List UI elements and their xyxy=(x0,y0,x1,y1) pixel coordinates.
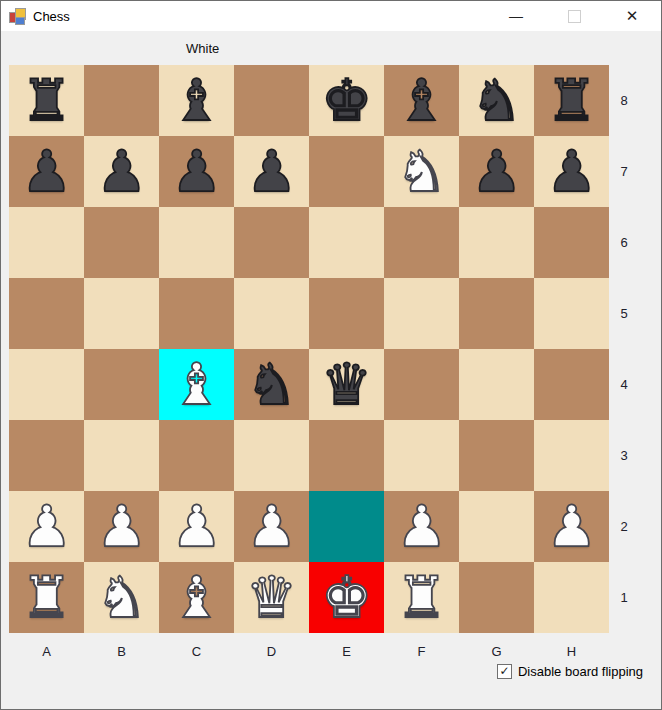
square-f3[interactable] xyxy=(384,420,459,491)
close-icon: ✕ xyxy=(626,7,639,25)
minimize-button[interactable]: — xyxy=(487,1,545,31)
disable-board-flipping-option: ✓ Disable board flipping xyxy=(497,664,643,679)
white-bishop: ♝ xyxy=(171,562,222,633)
square-g1[interactable] xyxy=(459,562,534,633)
square-c3[interactable] xyxy=(159,420,234,491)
rank-label-7: 7 xyxy=(609,136,639,207)
white-rook: ♜ xyxy=(21,562,72,633)
square-d8[interactable] xyxy=(234,65,309,136)
square-f5[interactable] xyxy=(384,278,459,349)
square-b3[interactable] xyxy=(84,420,159,491)
white-pawn: ♟ xyxy=(246,491,297,562)
square-e6[interactable] xyxy=(309,207,384,278)
square-h1[interactable] xyxy=(534,562,609,633)
black-pawn: ♟ xyxy=(96,136,147,207)
black-bishop: ♝ xyxy=(396,65,447,136)
square-g5[interactable] xyxy=(459,278,534,349)
square-a5[interactable] xyxy=(9,278,84,349)
square-f6[interactable] xyxy=(384,207,459,278)
square-d4[interactable]: ♞ xyxy=(234,349,309,420)
black-king: ♚ xyxy=(321,65,372,136)
white-pawn: ♟ xyxy=(396,491,447,562)
square-c8[interactable]: ♝ xyxy=(159,65,234,136)
square-g6[interactable] xyxy=(459,207,534,278)
black-pawn: ♟ xyxy=(546,136,597,207)
maximize-button[interactable] xyxy=(545,1,603,31)
square-e2[interactable] xyxy=(309,491,384,562)
square-d1[interactable]: ♛ xyxy=(234,562,309,633)
square-d2[interactable]: ♟ xyxy=(234,491,309,562)
file-label-a: A xyxy=(9,641,84,663)
square-h3[interactable] xyxy=(534,420,609,491)
white-pawn: ♟ xyxy=(96,491,147,562)
file-label-g: G xyxy=(459,641,534,663)
minimize-icon: — xyxy=(509,8,523,24)
black-rook: ♜ xyxy=(546,65,597,136)
square-g4[interactable] xyxy=(459,349,534,420)
white-pawn: ♟ xyxy=(171,491,222,562)
square-d6[interactable] xyxy=(234,207,309,278)
square-c5[interactable] xyxy=(159,278,234,349)
white-knight: ♞ xyxy=(96,562,147,633)
chess-window: Chess — ✕ White ♜♝♚♝♞♜♟♟♟♟♞♟♟♝♞♛♟♟♟♟♟♟♜♞… xyxy=(0,0,662,710)
white-king: ♚ xyxy=(321,562,372,633)
black-queen: ♛ xyxy=(321,349,372,420)
turn-indicator: White xyxy=(186,41,219,56)
square-d7[interactable]: ♟ xyxy=(234,136,309,207)
white-knight: ♞ xyxy=(396,136,447,207)
square-e7[interactable] xyxy=(309,136,384,207)
rank-label-1: 1 xyxy=(609,562,639,633)
window-title: Chess xyxy=(33,9,70,24)
chess-board: ♜♝♚♝♞♜♟♟♟♟♞♟♟♝♞♛♟♟♟♟♟♟♜♞♝♛♚♜ xyxy=(9,65,609,633)
square-a2[interactable]: ♟ xyxy=(9,491,84,562)
square-b2[interactable]: ♟ xyxy=(84,491,159,562)
file-label-b: B xyxy=(84,641,159,663)
black-rook: ♜ xyxy=(21,65,72,136)
square-c1[interactable]: ♝ xyxy=(159,562,234,633)
white-rook: ♜ xyxy=(396,562,447,633)
file-label-d: D xyxy=(234,641,309,663)
title-bar: Chess — ✕ xyxy=(1,1,661,31)
square-f1[interactable]: ♜ xyxy=(384,562,459,633)
black-knight: ♞ xyxy=(246,349,297,420)
black-pawn: ♟ xyxy=(21,136,72,207)
window-controls: — ✕ xyxy=(487,1,661,31)
square-f4[interactable] xyxy=(384,349,459,420)
square-b4[interactable] xyxy=(84,349,159,420)
black-knight: ♞ xyxy=(471,65,522,136)
file-label-h: H xyxy=(534,641,609,663)
file-label-f: F xyxy=(384,641,459,663)
square-a7[interactable]: ♟ xyxy=(9,136,84,207)
file-label-c: C xyxy=(159,641,234,663)
black-pawn: ♟ xyxy=(471,136,522,207)
square-a4[interactable] xyxy=(9,349,84,420)
rank-label-3: 3 xyxy=(609,420,639,491)
square-f2[interactable]: ♟ xyxy=(384,491,459,562)
square-h2[interactable]: ♟ xyxy=(534,491,609,562)
square-a6[interactable] xyxy=(9,207,84,278)
rank-labels: 87654321 xyxy=(609,65,639,633)
square-c4[interactable]: ♝ xyxy=(159,349,234,420)
square-e8[interactable]: ♚ xyxy=(309,65,384,136)
square-d5[interactable] xyxy=(234,278,309,349)
white-pawn: ♟ xyxy=(21,491,72,562)
square-e4[interactable]: ♛ xyxy=(309,349,384,420)
rank-label-6: 6 xyxy=(609,207,639,278)
square-e1[interactable]: ♚ xyxy=(309,562,384,633)
disable-board-flipping-checkbox[interactable]: ✓ xyxy=(497,664,512,679)
square-e5[interactable] xyxy=(309,278,384,349)
square-c6[interactable] xyxy=(159,207,234,278)
rank-label-8: 8 xyxy=(609,65,639,136)
white-queen: ♛ xyxy=(246,562,297,633)
file-labels: ABCDEFGH xyxy=(9,641,609,663)
square-h7[interactable]: ♟ xyxy=(534,136,609,207)
square-g8[interactable]: ♞ xyxy=(459,65,534,136)
square-f7[interactable]: ♞ xyxy=(384,136,459,207)
square-e3[interactable] xyxy=(309,420,384,491)
black-pawn: ♟ xyxy=(171,136,222,207)
square-b7[interactable]: ♟ xyxy=(84,136,159,207)
file-label-e: E xyxy=(309,641,384,663)
square-g2[interactable] xyxy=(459,491,534,562)
square-a8[interactable]: ♜ xyxy=(9,65,84,136)
square-g3[interactable] xyxy=(459,420,534,491)
black-bishop: ♝ xyxy=(171,65,222,136)
square-h8[interactable]: ♜ xyxy=(534,65,609,136)
square-b6[interactable] xyxy=(84,207,159,278)
white-bishop: ♝ xyxy=(171,349,222,420)
square-c7[interactable]: ♟ xyxy=(159,136,234,207)
white-pawn: ♟ xyxy=(546,491,597,562)
black-pawn: ♟ xyxy=(246,136,297,207)
square-a3[interactable] xyxy=(9,420,84,491)
square-g7[interactable]: ♟ xyxy=(459,136,534,207)
square-a1[interactable]: ♜ xyxy=(9,562,84,633)
square-b5[interactable] xyxy=(84,278,159,349)
rank-label-2: 2 xyxy=(609,491,639,562)
square-h5[interactable] xyxy=(534,278,609,349)
maximize-icon xyxy=(568,10,581,23)
square-d3[interactable] xyxy=(234,420,309,491)
app-icon xyxy=(9,8,25,24)
close-button[interactable]: ✕ xyxy=(603,1,661,31)
square-c2[interactable]: ♟ xyxy=(159,491,234,562)
square-h6[interactable] xyxy=(534,207,609,278)
square-h4[interactable] xyxy=(534,349,609,420)
disable-board-flipping-label: Disable board flipping xyxy=(518,664,643,679)
rank-label-4: 4 xyxy=(609,349,639,420)
rank-label-5: 5 xyxy=(609,278,639,349)
square-f8[interactable]: ♝ xyxy=(384,65,459,136)
square-b1[interactable]: ♞ xyxy=(84,562,159,633)
square-b8[interactable] xyxy=(84,65,159,136)
